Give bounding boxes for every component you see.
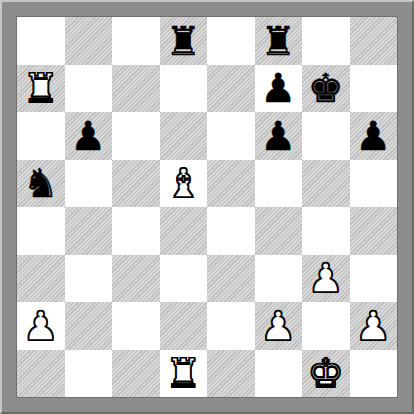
square-f6[interactable]: ♟ xyxy=(255,112,303,160)
piece-black-pawn-h6: ♟ xyxy=(350,112,398,160)
square-c1[interactable] xyxy=(112,350,160,398)
square-a2[interactable]: ♟ xyxy=(17,302,65,350)
square-a4[interactable] xyxy=(17,207,65,255)
square-c7[interactable] xyxy=(112,65,160,113)
square-f3[interactable] xyxy=(255,255,303,303)
square-b2[interactable] xyxy=(65,302,113,350)
piece-black-pawn-f6: ♟ xyxy=(255,112,303,160)
square-h4[interactable] xyxy=(350,207,398,255)
square-f7[interactable]: ♟ xyxy=(255,65,303,113)
square-h7[interactable] xyxy=(350,65,398,113)
square-d4[interactable] xyxy=(160,207,208,255)
square-e2[interactable] xyxy=(207,302,255,350)
square-h8[interactable] xyxy=(350,17,398,65)
piece-black-king-g7: ♚ xyxy=(302,65,350,113)
square-e3[interactable] xyxy=(207,255,255,303)
square-c4[interactable] xyxy=(112,207,160,255)
square-d3[interactable] xyxy=(160,255,208,303)
square-h3[interactable] xyxy=(350,255,398,303)
square-g1[interactable]: ♚ xyxy=(302,350,350,398)
square-b6[interactable]: ♟ xyxy=(65,112,113,160)
square-f8[interactable]: ♜ xyxy=(255,17,303,65)
square-a1[interactable] xyxy=(17,350,65,398)
square-b5[interactable] xyxy=(65,160,113,208)
piece-white-pawn-a2: ♟ xyxy=(17,302,65,350)
square-d1[interactable]: ♜ xyxy=(160,350,208,398)
piece-white-pawn-f2: ♟ xyxy=(255,302,303,350)
square-b1[interactable] xyxy=(65,350,113,398)
square-d5[interactable]: ♝ xyxy=(160,160,208,208)
square-b7[interactable] xyxy=(65,65,113,113)
square-e7[interactable] xyxy=(207,65,255,113)
piece-black-rook-f8: ♜ xyxy=(255,17,303,65)
piece-black-pawn-b6: ♟ xyxy=(65,112,113,160)
square-c2[interactable] xyxy=(112,302,160,350)
square-a6[interactable] xyxy=(17,112,65,160)
board-frame: ♜♜♜♟♚♟♟♟♞♝♟♟♟♟♜♚ xyxy=(0,0,414,414)
square-g3[interactable]: ♟ xyxy=(302,255,350,303)
square-a8[interactable] xyxy=(17,17,65,65)
square-g6[interactable] xyxy=(302,112,350,160)
square-g2[interactable] xyxy=(302,302,350,350)
square-e1[interactable] xyxy=(207,350,255,398)
square-d7[interactable] xyxy=(160,65,208,113)
square-c5[interactable] xyxy=(112,160,160,208)
square-a3[interactable] xyxy=(17,255,65,303)
square-e5[interactable] xyxy=(207,160,255,208)
square-a7[interactable]: ♜ xyxy=(17,65,65,113)
square-b4[interactable] xyxy=(65,207,113,255)
piece-white-rook-a7: ♜ xyxy=(17,65,65,113)
piece-white-pawn-h2: ♟ xyxy=(350,302,398,350)
square-h1[interactable] xyxy=(350,350,398,398)
square-c6[interactable] xyxy=(112,112,160,160)
piece-black-rook-d8: ♜ xyxy=(160,17,208,65)
piece-black-knight-a5: ♞ xyxy=(17,160,65,208)
square-g5[interactable] xyxy=(302,160,350,208)
square-h2[interactable]: ♟ xyxy=(350,302,398,350)
piece-white-pawn-g3: ♟ xyxy=(302,255,350,303)
square-g8[interactable] xyxy=(302,17,350,65)
square-d6[interactable] xyxy=(160,112,208,160)
square-h5[interactable] xyxy=(350,160,398,208)
square-a5[interactable]: ♞ xyxy=(17,160,65,208)
piece-white-rook-d1: ♜ xyxy=(160,350,208,398)
piece-white-king-g1: ♚ xyxy=(302,350,350,398)
square-d8[interactable]: ♜ xyxy=(160,17,208,65)
square-c8[interactable] xyxy=(112,17,160,65)
chess-board: ♜♜♜♟♚♟♟♟♞♝♟♟♟♟♜♚ xyxy=(17,17,397,397)
square-g7[interactable]: ♚ xyxy=(302,65,350,113)
square-e4[interactable] xyxy=(207,207,255,255)
square-e6[interactable] xyxy=(207,112,255,160)
piece-black-pawn-f7: ♟ xyxy=(255,65,303,113)
square-f4[interactable] xyxy=(255,207,303,255)
square-f1[interactable] xyxy=(255,350,303,398)
square-b3[interactable] xyxy=(65,255,113,303)
square-e8[interactable] xyxy=(207,17,255,65)
square-f2[interactable]: ♟ xyxy=(255,302,303,350)
piece-white-bishop-d5: ♝ xyxy=(160,160,208,208)
square-h6[interactable]: ♟ xyxy=(350,112,398,160)
square-d2[interactable] xyxy=(160,302,208,350)
square-g4[interactable] xyxy=(302,207,350,255)
square-c3[interactable] xyxy=(112,255,160,303)
square-f5[interactable] xyxy=(255,160,303,208)
square-b8[interactable] xyxy=(65,17,113,65)
